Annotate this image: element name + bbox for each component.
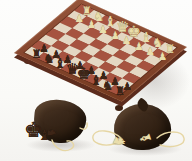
- chess-set-photo: ♜♞♝♛♚♝♞♜♟♟♟♟♟♟♟♟♟♟♟♟♟♟♟♟♜♞♝♛♚♝♞♜ ♚ ♝ ♞ ♞…: [0, 0, 192, 161]
